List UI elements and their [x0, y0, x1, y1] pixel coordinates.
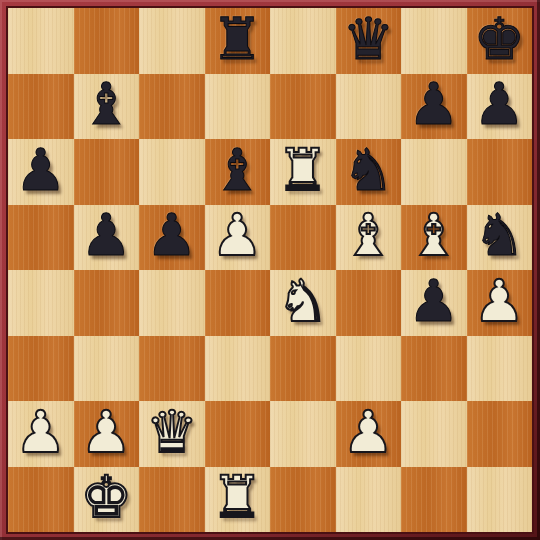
square-f6[interactable]: ♞: [336, 139, 402, 205]
square-a7[interactable]: [8, 74, 74, 140]
piece-black-pawn[interactable]: ♟: [408, 75, 460, 133]
square-e2[interactable]: [270, 401, 336, 467]
square-c4[interactable]: [139, 270, 205, 336]
square-c6[interactable]: [139, 139, 205, 205]
square-c8[interactable]: [139, 8, 205, 74]
square-b4[interactable]: [74, 270, 140, 336]
square-f8[interactable]: ♛: [336, 8, 402, 74]
square-c5[interactable]: ♟: [139, 205, 205, 271]
square-g1[interactable]: [401, 467, 467, 533]
square-h2[interactable]: [467, 401, 533, 467]
square-a1[interactable]: [8, 467, 74, 533]
square-d5[interactable]: ♟: [205, 205, 271, 271]
square-a6[interactable]: ♟: [8, 139, 74, 205]
piece-white-pawn[interactable]: ♟: [80, 403, 132, 461]
chess-board: ♜♛♚♝♟♟♟♝♜♞♟♟♟♝♝♞♞♟♟♟♟♛♟♚♜: [8, 8, 532, 532]
square-c1[interactable]: [139, 467, 205, 533]
square-h6[interactable]: [467, 139, 533, 205]
piece-black-knight[interactable]: ♞: [473, 206, 525, 264]
square-a4[interactable]: [8, 270, 74, 336]
square-a3[interactable]: [8, 336, 74, 402]
square-b7[interactable]: ♝: [74, 74, 140, 140]
square-f7[interactable]: [336, 74, 402, 140]
square-d2[interactable]: [205, 401, 271, 467]
square-b1[interactable]: ♚: [74, 467, 140, 533]
square-c3[interactable]: [139, 336, 205, 402]
square-b3[interactable]: [74, 336, 140, 402]
square-d8[interactable]: ♜: [205, 8, 271, 74]
square-e5[interactable]: [270, 205, 336, 271]
square-e3[interactable]: [270, 336, 336, 402]
square-d1[interactable]: ♜: [205, 467, 271, 533]
square-g8[interactable]: [401, 8, 467, 74]
square-e7[interactable]: [270, 74, 336, 140]
square-d6[interactable]: ♝: [205, 139, 271, 205]
square-f5[interactable]: ♝: [336, 205, 402, 271]
piece-white-king[interactable]: ♚: [80, 468, 132, 526]
piece-black-bishop[interactable]: ♝: [80, 75, 132, 133]
square-g2[interactable]: [401, 401, 467, 467]
piece-white-rook[interactable]: ♜: [277, 141, 329, 199]
square-e6[interactable]: ♜: [270, 139, 336, 205]
square-c2[interactable]: ♛: [139, 401, 205, 467]
board-frame: ♜♛♚♝♟♟♟♝♜♞♟♟♟♝♝♞♞♟♟♟♟♛♟♚♜: [0, 0, 540, 540]
piece-white-pawn[interactable]: ♟: [15, 403, 67, 461]
square-b8[interactable]: [74, 8, 140, 74]
square-b6[interactable]: [74, 139, 140, 205]
square-g4[interactable]: ♟: [401, 270, 467, 336]
square-f1[interactable]: [336, 467, 402, 533]
piece-black-queen[interactable]: ♛: [342, 10, 394, 68]
square-e8[interactable]: [270, 8, 336, 74]
piece-black-bishop[interactable]: ♝: [211, 141, 263, 199]
piece-black-pawn[interactable]: ♟: [146, 206, 198, 264]
square-f3[interactable]: [336, 336, 402, 402]
square-g7[interactable]: ♟: [401, 74, 467, 140]
square-h7[interactable]: ♟: [467, 74, 533, 140]
square-g6[interactable]: [401, 139, 467, 205]
piece-white-bishop[interactable]: ♝: [408, 206, 460, 264]
square-g3[interactable]: [401, 336, 467, 402]
piece-white-pawn[interactable]: ♟: [211, 206, 263, 264]
square-a8[interactable]: [8, 8, 74, 74]
square-h1[interactable]: [467, 467, 533, 533]
square-h4[interactable]: ♟: [467, 270, 533, 336]
piece-white-knight[interactable]: ♞: [277, 272, 329, 330]
chess-diagram: ♜♛♚♝♟♟♟♝♜♞♟♟♟♝♝♞♞♟♟♟♟♛♟♚♜: [0, 0, 540, 540]
square-f2[interactable]: ♟: [336, 401, 402, 467]
piece-black-pawn[interactable]: ♟: [80, 206, 132, 264]
piece-white-queen[interactable]: ♛: [146, 403, 198, 461]
square-b2[interactable]: ♟: [74, 401, 140, 467]
piece-black-pawn[interactable]: ♟: [473, 75, 525, 133]
square-h8[interactable]: ♚: [467, 8, 533, 74]
square-h3[interactable]: [467, 336, 533, 402]
piece-black-pawn[interactable]: ♟: [408, 272, 460, 330]
square-f4[interactable]: [336, 270, 402, 336]
piece-black-knight[interactable]: ♞: [342, 141, 394, 199]
square-h5[interactable]: ♞: [467, 205, 533, 271]
piece-white-bishop[interactable]: ♝: [342, 206, 394, 264]
square-b5[interactable]: ♟: [74, 205, 140, 271]
square-a5[interactable]: [8, 205, 74, 271]
piece-black-rook[interactable]: ♜: [211, 10, 263, 68]
square-d4[interactable]: [205, 270, 271, 336]
square-d7[interactable]: [205, 74, 271, 140]
piece-white-pawn[interactable]: ♟: [342, 403, 394, 461]
square-e1[interactable]: [270, 467, 336, 533]
square-g5[interactable]: ♝: [401, 205, 467, 271]
piece-black-king[interactable]: ♚: [473, 10, 525, 68]
square-a2[interactable]: ♟: [8, 401, 74, 467]
piece-white-pawn[interactable]: ♟: [473, 272, 525, 330]
square-c7[interactable]: [139, 74, 205, 140]
piece-white-rook[interactable]: ♜: [211, 468, 263, 526]
square-e4[interactable]: ♞: [270, 270, 336, 336]
square-d3[interactable]: [205, 336, 271, 402]
piece-black-pawn[interactable]: ♟: [15, 141, 67, 199]
